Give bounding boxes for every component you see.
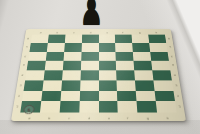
square-c3[interactable] [61,80,80,90]
square-f6[interactable] [116,52,134,61]
square-g1[interactable] [137,101,157,112]
square-f8[interactable] [115,35,132,43]
square-h6[interactable] [150,52,169,61]
rank-label: 5 [171,63,176,68]
square-a3[interactable] [24,80,44,90]
rank-label: 1 [15,104,20,110]
square-d6[interactable] [81,52,99,61]
square-c7[interactable] [64,43,82,52]
board-grid [20,35,176,113]
square-b3[interactable] [42,80,62,90]
rank-label: 6 [23,54,28,59]
square-b2[interactable] [41,91,61,102]
file-label: c [69,31,78,34]
square-h1[interactable] [156,101,177,112]
square-a7[interactable] [29,43,47,52]
square-c5[interactable] [63,61,81,70]
square-g3[interactable] [135,80,155,90]
square-f7[interactable] [115,43,133,52]
square-h7[interactable] [149,43,167,52]
square-f4[interactable] [116,70,135,80]
square-a6[interactable] [28,52,47,61]
rank-label: 6 [169,54,174,59]
rank-label: 1 [177,104,182,110]
square-b5[interactable] [45,61,64,70]
square-a2[interactable] [22,91,42,102]
file-label: e [102,31,111,34]
rank-label: 8 [26,36,30,41]
square-h5[interactable] [151,61,170,70]
square-d8[interactable] [82,35,99,43]
square-g4[interactable] [134,70,153,80]
file-label: b [53,31,62,34]
square-c2[interactable] [60,91,80,102]
square-d7[interactable] [81,43,98,52]
file-label: a [36,31,45,34]
square-b1[interactable] [40,101,60,112]
square-a8[interactable] [31,35,49,43]
rank-label: 2 [175,93,180,99]
file-label: h [162,115,173,119]
rank-label: 4 [20,73,25,78]
square-e8[interactable] [99,35,116,43]
square-h8[interactable] [148,35,166,43]
square-d2[interactable] [79,91,98,102]
file-label: c [63,115,74,119]
rank-label: 7 [24,45,29,50]
chess-board-mat: abcdefgh abcdefgh 87654321 87654321 ♞ [11,29,186,121]
square-g7[interactable] [132,43,150,52]
square-g6[interactable] [133,52,151,61]
square-b4[interactable] [43,70,62,80]
rank-label: 5 [21,63,26,68]
file-label: e [103,115,114,119]
square-d5[interactable] [81,61,99,70]
square-e1[interactable] [99,101,119,112]
square-c6[interactable] [63,52,81,61]
file-label: f [123,115,134,119]
file-label: d [86,31,95,34]
square-a5[interactable] [27,61,46,70]
square-e4[interactable] [99,70,117,80]
square-e6[interactable] [99,52,117,61]
square-c8[interactable] [65,35,82,43]
square-f3[interactable] [117,80,136,90]
rank-label: 8 [167,36,171,41]
square-g5[interactable] [134,61,153,70]
square-c4[interactable] [62,70,81,80]
square-g8[interactable] [132,35,150,43]
file-labels-top: abcdefgh [32,30,165,35]
square-b7[interactable] [47,43,65,52]
square-b6[interactable] [46,52,64,61]
file-label: f [119,31,128,34]
square-e2[interactable] [99,91,118,102]
square-e5[interactable] [99,61,117,70]
rank-label: 7 [168,45,173,50]
square-d3[interactable] [80,80,99,90]
photo-scene: ♟ abcdefgh abcdefgh 87654321 87654321 ♞ [0,0,200,134]
square-b8[interactable] [48,35,66,43]
black-pawn[interactable]: ♟ [79,0,94,28]
file-label: d [83,115,94,119]
square-d4[interactable] [80,70,98,80]
square-a4[interactable] [25,70,44,80]
file-label: b [44,115,55,119]
square-h3[interactable] [154,80,174,90]
rank-label: 3 [174,83,179,89]
file-label: g [135,31,144,34]
foreground-shadow [0,120,200,134]
square-g2[interactable] [136,91,156,102]
file-labels-bottom: abcdefgh [19,114,178,121]
file-label: h [152,31,161,34]
square-f1[interactable] [118,101,138,112]
square-e3[interactable] [99,80,118,90]
file-label: g [142,115,153,119]
maker-stamp-logo: ♞ [23,105,35,114]
square-h4[interactable] [152,70,171,80]
square-d1[interactable] [79,101,99,112]
file-label: a [24,115,35,119]
rank-label: 2 [16,93,21,99]
rank-label: 3 [18,83,23,89]
square-e7[interactable] [99,43,116,52]
rank-label: 4 [172,73,177,78]
square-c1[interactable] [59,101,79,112]
square-f5[interactable] [116,61,134,70]
square-f2[interactable] [117,91,137,102]
square-h2[interactable] [155,91,175,102]
